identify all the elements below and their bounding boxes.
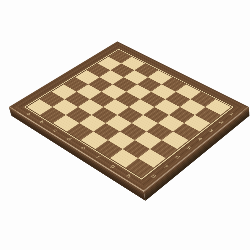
rank-labels: 12345678 <box>143 108 241 184</box>
square-e7 <box>93 123 120 140</box>
square-c8 <box>53 115 79 132</box>
square-g8 <box>110 149 138 168</box>
chessboard: abcdefgh 12345678 <box>9 41 249 191</box>
product-photo: abcdefgh 12345678 <box>0 0 250 250</box>
perspective-scene: abcdefgh 12345678 <box>0 0 250 250</box>
square-g7 <box>123 140 150 158</box>
square-h7 <box>138 149 166 168</box>
square-h2 <box>195 107 221 123</box>
square-h3 <box>184 115 210 132</box>
square-h6 <box>150 140 177 158</box>
square-b8 <box>40 107 66 123</box>
square-d7 <box>79 115 105 132</box>
camera-skew: abcdefgh 12345678 <box>0 0 250 250</box>
square-h4 <box>173 123 200 140</box>
square-f6 <box>120 123 147 140</box>
square-h5 <box>162 132 189 150</box>
square-g5 <box>146 123 173 140</box>
square-e5 <box>117 107 143 123</box>
board-top-face: abcdefgh 12345678 <box>9 41 249 191</box>
square-g3 <box>169 107 195 123</box>
square-e8 <box>81 132 108 150</box>
square-f5 <box>132 115 158 132</box>
frame-front-right-border <box>132 102 248 192</box>
board-field <box>27 50 231 177</box>
frame-front-left-border <box>9 102 153 192</box>
file-labels: abcdefgh <box>19 108 140 183</box>
square-f7 <box>108 132 135 150</box>
square-f8 <box>95 140 122 158</box>
square-g6 <box>135 132 162 150</box>
square-h8 <box>125 158 153 177</box>
square-g4 <box>158 115 184 132</box>
square-f4 <box>143 107 169 123</box>
square-d8 <box>67 123 94 140</box>
square-d6 <box>92 107 118 123</box>
square-e6 <box>106 115 132 132</box>
square-c7 <box>66 107 92 123</box>
